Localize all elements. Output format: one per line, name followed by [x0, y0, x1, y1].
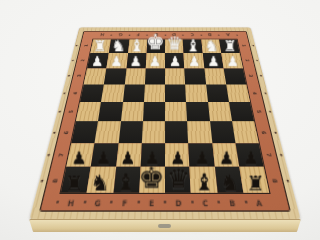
square-d5[interactable]: [165, 102, 187, 121]
piece-black-pawn[interactable]: ♟: [96, 150, 112, 167]
square-c5[interactable]: [186, 102, 209, 121]
file-labels-top: HGFEDCBA: [92, 32, 237, 39]
square-h6[interactable]: [71, 121, 98, 142]
coordinate-label: B: [218, 194, 247, 210]
piece-white-pawn[interactable]: ♟: [130, 55, 142, 68]
board-frame: HGFEDCBA HGFEDCBA 12345678 12345678 ♜♞♝♚…: [29, 27, 301, 220]
square-a7[interactable]: ♟: [235, 143, 263, 167]
chessboard: HGFEDCBA HGFEDCBA 12345678 12345678 ♜♞♝♚…: [29, 27, 301, 220]
square-c7[interactable]: ♟: [188, 143, 214, 167]
square-b5[interactable]: [208, 102, 232, 121]
square-c1[interactable]: ♝: [183, 39, 202, 53]
square-g1[interactable]: ♞: [109, 39, 129, 53]
piece-black-bishop[interactable]: ♝: [194, 171, 215, 193]
square-e6[interactable]: [142, 121, 165, 142]
square-a5[interactable]: [229, 102, 254, 121]
coordinate-label: D: [165, 32, 183, 39]
photo-backdrop: HGFEDCBA HGFEDCBA 12345678 12345678 ♜♞♝♚…: [0, 0, 320, 240]
coordinate-label: H: [56, 194, 86, 210]
square-d1[interactable]: ♛: [165, 39, 184, 53]
square-b3[interactable]: [204, 68, 226, 84]
coordinate-label: B: [200, 32, 219, 39]
file-labels-bottom: HGFEDCBA: [56, 194, 274, 210]
board-border-band: HGFEDCBA HGFEDCBA 12345678 12345678 ♜♞♝♚…: [39, 31, 291, 212]
square-c4[interactable]: [185, 84, 207, 102]
square-a6[interactable]: [232, 121, 259, 142]
coordinate-label: H: [92, 32, 111, 39]
piece-black-queen[interactable]: ♛: [166, 168, 189, 192]
coordinate-label: G: [111, 32, 130, 39]
coordinate-label: 1: [234, 42, 254, 50]
square-e5[interactable]: [143, 102, 165, 121]
piece-black-pawn[interactable]: ♟: [71, 150, 87, 167]
coordinate-label: F: [110, 194, 138, 210]
square-g4[interactable]: [101, 84, 124, 102]
piece-black-bishop[interactable]: ♝: [116, 171, 137, 193]
coordinate-label: F: [129, 32, 148, 39]
piece-black-pawn[interactable]: ♟: [243, 150, 259, 167]
coordinate-label: A: [244, 194, 274, 210]
coordinate-label: C: [191, 194, 219, 210]
square-h8[interactable]: ♜: [61, 166, 91, 192]
square-g8[interactable]: ♞: [87, 166, 116, 192]
piece-white-pawn[interactable]: ♟: [207, 55, 219, 68]
square-e3[interactable]: [145, 68, 165, 84]
piece-white-pawn[interactable]: ♟: [110, 55, 122, 68]
square-f2[interactable]: ♟: [126, 53, 146, 68]
square-f5[interactable]: [120, 102, 143, 121]
square-f3[interactable]: [124, 68, 145, 84]
piece-black-king[interactable]: ♚: [139, 165, 165, 193]
square-e4[interactable]: [144, 84, 165, 102]
piece-black-knight[interactable]: ♞: [90, 172, 110, 193]
square-g2[interactable]: ♟: [107, 53, 128, 68]
square-d7[interactable]: ♟: [165, 143, 190, 167]
coordinate-label: D: [165, 194, 192, 210]
square-e8[interactable]: ♚: [139, 166, 165, 192]
coordinate-label: 3: [240, 71, 262, 80]
coordinate-label: 2: [237, 56, 258, 64]
square-g3[interactable]: [104, 68, 126, 84]
piece-white-pawn[interactable]: ♟: [149, 55, 161, 68]
piece-white-knight[interactable]: ♞: [205, 38, 219, 53]
coordinate-label: C: [183, 32, 202, 39]
piece-black-rook[interactable]: ♜: [247, 173, 266, 193]
square-f4[interactable]: [123, 84, 145, 102]
square-b8[interactable]: ♞: [214, 166, 243, 192]
square-f1[interactable]: ♝: [128, 39, 147, 53]
square-d8[interactable]: ♛: [165, 166, 191, 192]
square-b1[interactable]: ♞: [201, 39, 221, 53]
square-b2[interactable]: ♟: [202, 53, 223, 68]
square-a8[interactable]: ♜: [239, 166, 269, 192]
square-d6[interactable]: [165, 121, 188, 142]
piece-white-bishop[interactable]: ♝: [186, 37, 201, 53]
coordinate-label: E: [138, 194, 165, 210]
square-g5[interactable]: [98, 102, 122, 121]
square-h5[interactable]: [76, 102, 101, 121]
coordinate-label: 2: [72, 56, 93, 64]
square-e1[interactable]: ♚: [146, 39, 165, 53]
square-f8[interactable]: ♝: [113, 166, 140, 192]
piece-black-pawn[interactable]: ♟: [219, 150, 235, 167]
coordinate-label: A: [218, 32, 237, 39]
square-g6[interactable]: [95, 121, 121, 142]
piece-black-pawn[interactable]: ♟: [194, 150, 210, 167]
coordinate-label: E: [147, 32, 165, 39]
piece-white-knight[interactable]: ♞: [111, 38, 125, 53]
coordinate-label: 4: [243, 88, 266, 98]
square-c2[interactable]: ♟: [184, 53, 204, 68]
chessboard-scene: HGFEDCBA HGFEDCBA 12345678 12345678 ♜♞♝♚…: [60, 0, 270, 207]
square-g7[interactable]: ♟: [91, 143, 118, 167]
square-b4[interactable]: [206, 84, 229, 102]
piece-black-pawn[interactable]: ♟: [120, 150, 136, 167]
piece-white-pawn[interactable]: ♟: [188, 55, 200, 68]
square-f6[interactable]: [118, 121, 143, 142]
square-c3[interactable]: [184, 68, 205, 84]
square-c6[interactable]: [187, 121, 212, 142]
brand-logo: [158, 224, 171, 228]
square-c8[interactable]: ♝: [190, 166, 217, 192]
coordinate-label: 4: [63, 88, 86, 98]
coordinate-label: 3: [68, 71, 90, 80]
board-front-edge: [29, 219, 301, 232]
piece-black-rook[interactable]: ♜: [65, 173, 84, 193]
square-e2[interactable]: ♟: [146, 53, 165, 68]
square-d3[interactable]: [165, 68, 185, 84]
piece-black-knight[interactable]: ♞: [220, 172, 240, 193]
square-d4[interactable]: [165, 84, 186, 102]
coordinate-label: G: [83, 194, 112, 210]
piece-white-pawn[interactable]: ♟: [169, 55, 181, 68]
piece-white-bishop[interactable]: ♝: [129, 37, 144, 53]
square-d2[interactable]: ♟: [165, 53, 184, 68]
coordinate-label: 1: [76, 42, 96, 50]
